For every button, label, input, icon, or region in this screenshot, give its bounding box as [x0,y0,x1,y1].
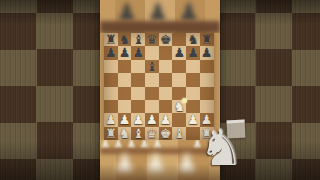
square-b3[interactable] [118,100,132,113]
square-h3[interactable] [200,100,214,113]
piece-black-pawn: ♟ [104,46,118,59]
piece-black-rook: ♜ [104,33,118,46]
square-b8[interactable]: ♞ [118,33,132,46]
piece-white-pawn: ♟ [131,113,145,126]
square-c6[interactable] [131,60,145,73]
square-d7[interactable] [145,46,159,59]
square-b6[interactable] [118,60,132,73]
square-g6[interactable] [186,60,200,73]
square-d2[interactable]: ♟ [145,113,159,126]
square-b4[interactable] [118,87,132,100]
square-e1[interactable]: ♚ [159,127,173,140]
square-h8[interactable]: ♜ [200,33,214,46]
square-f8[interactable] [172,33,186,46]
square-c2[interactable]: ♟ [131,113,145,126]
square-c4[interactable] [131,87,145,100]
square-a8[interactable]: ♜ [104,33,118,46]
piece-black-pawn: ♟ [118,46,132,59]
blurred-board-top: ♟ ♟ ♟ [100,0,220,33]
piece-white-pawn: ♟ [145,113,159,126]
square-g5[interactable] [186,73,200,86]
square-f3[interactable]: ♞ [172,100,186,113]
square-c1[interactable]: ♝ [131,127,145,140]
square-d3[interactable] [145,100,159,113]
square-a3[interactable] [104,100,118,113]
square-e8[interactable]: ♚ [159,33,173,46]
piece-white-pawn: ♟ [118,113,132,126]
piece-black-bishop: ♝ [145,60,159,73]
square-h4[interactable] [200,87,214,100]
piece-black-pawn: ♟ [186,46,200,59]
square-b2[interactable]: ♟ [118,113,132,126]
square-h6[interactable] [200,60,214,73]
piece-black-pawn: ♟ [172,46,186,59]
piece-white-pawn: ♟ [104,113,118,126]
piece-black-pawn: ♟ [200,46,214,59]
square-h7[interactable]: ♟ [200,46,214,59]
square-b1[interactable]: ♞ [118,127,132,140]
square-c8[interactable]: ♝ [131,33,145,46]
square-a4[interactable] [104,87,118,100]
square-d8[interactable]: ♛ [145,33,159,46]
square-a7[interactable]: ♟ [104,46,118,59]
square-f2[interactable] [172,113,186,126]
square-f5[interactable] [172,73,186,86]
square-a5[interactable] [104,73,118,86]
square-g1[interactable] [186,127,200,140]
piece-black-rook: ♜ [200,33,214,46]
square-e5[interactable] [159,73,173,86]
square-e4[interactable] [159,87,173,100]
square-g2[interactable]: ♟ [186,113,200,126]
square-b7[interactable]: ♟ [118,46,132,59]
square-e2[interactable]: ♟ [159,113,173,126]
square-b5[interactable] [118,73,132,86]
square-g7[interactable]: ♟ [186,46,200,59]
square-d1[interactable]: ♛ [145,127,159,140]
piece-black-bishop: ♝ [131,33,145,46]
piece-black-knight: ♞ [118,33,132,46]
square-f7[interactable]: ♟ [172,46,186,59]
square-f6[interactable] [172,60,186,73]
square-e7[interactable] [159,46,173,59]
square-c3[interactable] [131,100,145,113]
piece-black-king: ♚ [159,33,173,46]
piece-white-rook: ♜ [104,127,118,140]
piece-white-pawn: ♟ [186,113,200,126]
square-c7[interactable]: ♟ [131,46,145,59]
square-g8[interactable]: ♞ [186,33,200,46]
square-h5[interactable] [200,73,214,86]
square-f1[interactable]: ♝ [172,127,186,140]
square-c5[interactable] [131,73,145,86]
knight-icon: ♞ [199,120,244,176]
knight-logo: ♞ [199,116,255,180]
piece-black-queen: ♛ [145,33,159,46]
square-a1[interactable]: ♜ [104,127,118,140]
piece-black-pawn: ♟ [131,46,145,59]
piece-white-king: ♚ [159,127,173,140]
square-g3[interactable] [186,100,200,113]
square-e6[interactable] [159,60,173,73]
piece-white-queen: ♛ [145,127,159,140]
piece-white-pawn: ♟ [159,113,173,126]
piece-white-bishop: ♝ [172,127,186,140]
chess-board: ♜♞♝♛♚♞♜♟♟♟♟♟♟♝♞♟♟♟♟♟♟♟♜♞♝♛♚♝♜ [104,33,214,140]
piece-white-bishop: ♝ [131,127,145,140]
piece-white-knight: ♞ [118,127,132,140]
square-a2[interactable]: ♟ [104,113,118,126]
square-d6[interactable]: ♝ [145,60,159,73]
square-d4[interactable] [145,87,159,100]
piece-black-knight: ♞ [186,33,200,46]
square-e3[interactable] [159,100,173,113]
square-d5[interactable] [145,73,159,86]
chess-short-video-frame: ♟ ♟ ♟ ♜♞♝♛♚♞♜♟♟♟♟♟♟♝♞♟♟♟♟♟♟♟♜♞♝♛♚♝♜ ♟ ♟ … [0,0,320,180]
square-a6[interactable] [104,60,118,73]
square-g4[interactable] [186,87,200,100]
